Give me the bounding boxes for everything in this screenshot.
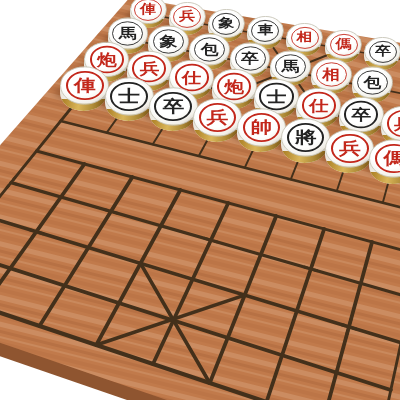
piece-character: 炮: [97, 51, 117, 66]
piece-character: 傌: [383, 150, 400, 167]
piece-character: 兵: [139, 61, 159, 76]
piece-face: 卒: [364, 37, 400, 66]
piece-character: 車: [257, 24, 273, 37]
piece-face: 車: [247, 16, 284, 45]
piece-character: 兵: [394, 116, 400, 131]
piece-face: 包: [352, 66, 393, 98]
piece-character: 兵: [179, 10, 195, 23]
piece-character: 俥: [74, 77, 96, 94]
piece-character: 相: [323, 67, 341, 81]
piece-character: 仕: [309, 98, 329, 113]
piece-character: 帥: [251, 119, 273, 136]
piece-character: 相: [296, 31, 312, 44]
piece-character: 卒: [162, 98, 184, 115]
piece-character: 士: [267, 88, 287, 103]
piece-character: 炮: [224, 79, 244, 94]
piece-character: 卒: [241, 51, 259, 65]
piece-character: 卒: [375, 45, 391, 58]
piece-character: 俥: [140, 3, 156, 16]
xiangqi-3d-scene: 俥兵象車馬相象傌包卒卒炮馬兵相仕包俥炮士士仕卒卒兵兵帥將兵傌: [0, 0, 400, 400]
piece-character: 將: [295, 129, 317, 146]
piece-character: 象: [160, 35, 178, 49]
piece-character: 卒: [351, 107, 371, 122]
piece-character: 馬: [282, 59, 300, 73]
piece-character: 包: [363, 75, 381, 89]
piece-character: 仕: [182, 70, 202, 85]
piece-character: 傌: [336, 38, 352, 51]
piece-character: 兵: [339, 140, 361, 157]
piece-character: 士: [118, 88, 140, 105]
piece-character: 馬: [119, 27, 137, 41]
piece-character: 兵: [207, 109, 229, 126]
piece-character: 象: [218, 17, 234, 30]
piece-character: 包: [200, 43, 218, 57]
